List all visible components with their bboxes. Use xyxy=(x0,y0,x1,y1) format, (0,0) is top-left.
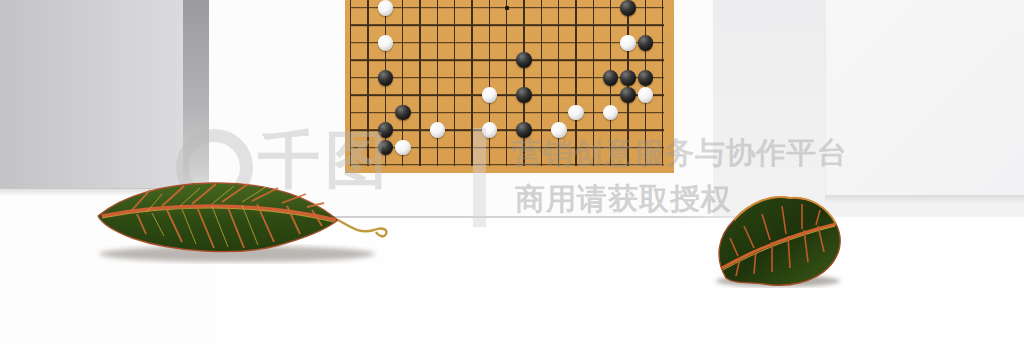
watermark-separator-bar xyxy=(473,128,486,227)
stone-white-S5 xyxy=(638,87,654,103)
right-wall-panel xyxy=(825,0,1024,197)
stone-white-R8 xyxy=(620,35,636,51)
stone-black-R10 xyxy=(620,0,636,16)
stone-black-Q6 xyxy=(603,70,619,86)
stone-black-L5 xyxy=(516,87,532,103)
stone-black-C6 xyxy=(378,70,394,86)
go-board xyxy=(345,0,674,173)
left-wall-panel xyxy=(0,0,186,189)
stone-black-S6 xyxy=(638,70,654,86)
stone-black-L7 xyxy=(516,52,532,68)
stone-black-R6 xyxy=(620,70,636,86)
stone-black-S8 xyxy=(638,35,654,51)
left-leaf-stem xyxy=(338,220,386,236)
stone-black-D4 xyxy=(395,105,411,121)
stone-white-O4 xyxy=(568,105,584,121)
stone-black-R5 xyxy=(620,87,636,103)
stone-white-N3 xyxy=(551,122,567,138)
star-point-K10 xyxy=(505,6,509,10)
left-leaf xyxy=(92,176,396,266)
stone-white-C8 xyxy=(378,35,394,51)
right-panel-shadow xyxy=(825,197,1024,203)
stone-white-D2 xyxy=(395,140,411,156)
left-leaf-body xyxy=(98,183,338,252)
stone-black-L3 xyxy=(516,122,532,138)
stone-white-C10 xyxy=(378,0,394,16)
stone-white-J5 xyxy=(482,87,498,103)
scene: 千图 营销创意服务与协作平台 商用请获取授权 xyxy=(0,0,1024,345)
stone-white-F3 xyxy=(430,122,446,138)
stone-black-C3 xyxy=(378,122,394,138)
right-leaf xyxy=(710,188,850,288)
